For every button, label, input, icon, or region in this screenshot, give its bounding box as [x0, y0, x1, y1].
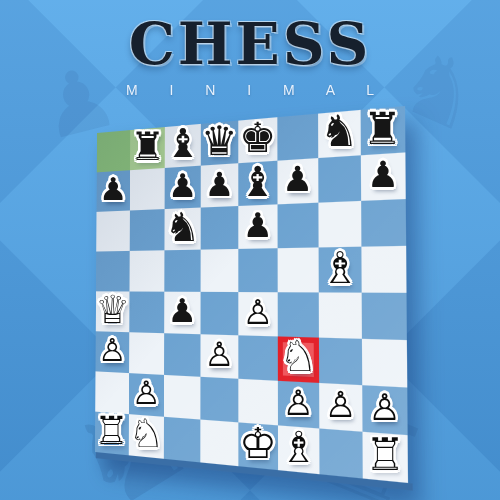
piece-black-knight-c6[interactable]: ♞ — [164, 207, 200, 247]
white-rook-outline-glyph: ♖ — [365, 432, 405, 477]
piece-black-queen-d8[interactable]: ♛ — [201, 121, 238, 162]
piece-black-pawn-a7[interactable]: ♟ — [99, 174, 127, 205]
black-king-glyph: ♚ — [239, 118, 276, 160]
square-e3[interactable] — [238, 335, 278, 380]
black-knight-glyph: ♞ — [164, 207, 200, 247]
piece-black-pawn-d7[interactable]: ♟ — [204, 167, 234, 200]
black-rook-glyph: ♜ — [130, 127, 165, 166]
white-pawn-outline-glyph: ♙ — [368, 390, 401, 427]
piece-black-pawn-h7[interactable]: ♟ — [367, 157, 400, 193]
white-bishop-outline-glyph: ♗ — [320, 246, 359, 290]
app-subtitle: M I N I M A L — [7, 82, 500, 98]
white-pawn-outline-glyph: ♙ — [242, 295, 273, 329]
app-title: CHESS — [0, 14, 500, 75]
piece-white-rook-h1[interactable]: ♜♖ — [365, 432, 405, 477]
white-pawn-outline-glyph: ♙ — [324, 387, 356, 423]
piece-white-rook-a1[interactable]: ♜♖ — [94, 412, 129, 451]
black-bishop-glyph: ♝ — [239, 161, 276, 203]
white-pawn-outline-glyph: ♙ — [98, 335, 126, 367]
square-h3[interactable] — [362, 339, 407, 388]
piece-white-bishop-f1[interactable]: ♝♗ — [279, 426, 318, 469]
black-bishop-glyph: ♝ — [165, 124, 201, 164]
square-a8[interactable] — [97, 130, 131, 172]
square-c5[interactable] — [164, 250, 200, 292]
black-queen-glyph: ♛ — [201, 121, 238, 162]
white-pawn-outline-glyph: ♙ — [204, 338, 234, 372]
square-b3[interactable] — [129, 332, 164, 375]
black-rook-glyph: ♜ — [363, 106, 403, 150]
piece-white-pawn-h2[interactable]: ♟♙ — [368, 390, 401, 427]
square-b6[interactable] — [130, 209, 165, 251]
white-queen-outline-glyph: ♕ — [95, 290, 130, 329]
square-g3[interactable] — [319, 338, 362, 386]
black-knight-glyph: ♞ — [320, 110, 359, 153]
white-knight-outline-glyph: ♘ — [279, 336, 317, 379]
square-f8[interactable] — [277, 114, 318, 161]
black-pawn-glyph: ♟ — [282, 162, 313, 197]
square-h4[interactable] — [362, 293, 407, 340]
piece-black-king-e8[interactable]: ♚ — [239, 118, 276, 160]
square-f5[interactable] — [278, 247, 319, 292]
black-pawn-glyph: ♟ — [204, 167, 234, 200]
piece-white-pawn-g2[interactable]: ♟♙ — [324, 387, 356, 423]
square-c1[interactable] — [164, 417, 201, 463]
white-knight-outline-glyph: ♘ — [128, 414, 164, 454]
square-h5[interactable] — [361, 246, 406, 293]
square-g6[interactable] — [318, 201, 361, 248]
black-pawn-glyph: ♟ — [99, 174, 127, 205]
square-d2[interactable] — [200, 377, 238, 423]
black-pawn-glyph: ♟ — [167, 295, 196, 328]
black-pawn-glyph: ♟ — [242, 208, 273, 242]
black-pawn-glyph: ♟ — [168, 170, 197, 203]
piece-black-rook-b8[interactable]: ♜ — [130, 127, 165, 166]
square-d6[interactable] — [201, 206, 239, 250]
app-window: ♞ ♜ ♟ ♞ CHESS M I N I M A L ♜♝♛♚♞♜♟♟♟♝♟♟… — [0, 0, 500, 500]
piece-white-pawn-b2[interactable]: ♟♙ — [132, 377, 161, 409]
piece-black-bishop-e7[interactable]: ♝ — [239, 161, 276, 203]
white-bishop-outline-glyph: ♗ — [279, 426, 318, 469]
square-c3[interactable] — [164, 333, 200, 377]
square-e5[interactable] — [238, 248, 277, 292]
piece-black-rook-h8[interactable]: ♜ — [363, 106, 403, 150]
square-f6[interactable] — [278, 203, 319, 249]
piece-white-bishop-g5[interactable]: ♝♗ — [320, 246, 359, 290]
piece-black-pawn-e6[interactable]: ♟ — [242, 208, 273, 242]
square-g1[interactable] — [319, 428, 362, 478]
piece-black-pawn-c7[interactable]: ♟ — [168, 170, 197, 203]
square-b5[interactable] — [129, 250, 164, 291]
piece-white-pawn-a3[interactable]: ♟♙ — [98, 335, 126, 367]
white-rook-outline-glyph: ♖ — [94, 412, 129, 451]
square-c2[interactable] — [164, 375, 201, 420]
piece-black-bishop-c8[interactable]: ♝ — [165, 124, 201, 164]
piece-white-pawn-d3[interactable]: ♟♙ — [204, 338, 234, 372]
black-pawn-glyph: ♟ — [367, 157, 400, 193]
square-b7[interactable] — [130, 168, 165, 211]
title-block: CHESS M I N I M A L — [0, 14, 500, 98]
square-h6[interactable] — [361, 199, 406, 247]
square-g4[interactable] — [319, 292, 362, 338]
piece-black-pawn-c4[interactable]: ♟ — [167, 295, 196, 328]
piece-white-pawn-f2[interactable]: ♟♙ — [283, 385, 314, 420]
square-d1[interactable] — [200, 420, 238, 467]
square-a6[interactable] — [96, 210, 130, 251]
square-g7[interactable] — [318, 155, 361, 202]
piece-white-knight-f3[interactable]: ♞♘ — [279, 336, 317, 379]
piece-black-knight-g8[interactable]: ♞ — [320, 110, 359, 153]
white-king-outline-glyph: ♔ — [239, 423, 277, 465]
piece-black-pawn-f7[interactable]: ♟ — [282, 162, 313, 197]
piece-white-knight-b1[interactable]: ♞♘ — [128, 414, 164, 454]
square-f4[interactable] — [278, 292, 319, 337]
square-d5[interactable] — [201, 249, 239, 292]
piece-white-pawn-e4[interactable]: ♟♙ — [242, 295, 273, 329]
piece-white-queen-a4[interactable]: ♛♕ — [95, 290, 130, 329]
square-b4[interactable] — [129, 291, 164, 333]
square-d4[interactable] — [201, 292, 239, 335]
white-pawn-outline-glyph: ♙ — [132, 377, 161, 409]
piece-white-king-e1[interactable]: ♚♔ — [239, 423, 277, 465]
white-pawn-outline-glyph: ♙ — [283, 385, 314, 420]
